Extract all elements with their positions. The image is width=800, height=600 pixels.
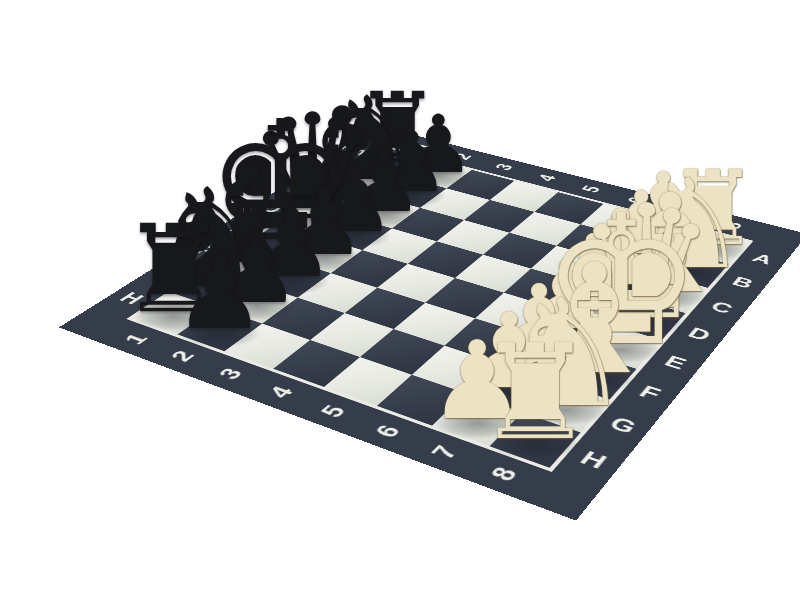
rank-label-7-bottom-edge: 7: [426, 443, 462, 462]
piece-white-rook-h8[interactable]: ♜: [476, 327, 594, 459]
rank-label-5-bottom-edge: 5: [316, 403, 351, 420]
rank-label-6-bottom-edge: 6: [370, 422, 405, 440]
rank-label-3-top-edge: 3: [491, 162, 517, 172]
piece-black-pawn-h2[interactable]: ♟: [174, 242, 265, 344]
product-photo-scene: 1122334455667788AABBCCDDEEFFGGHH ♜♟♞♟♝♟♛…: [0, 0, 800, 600]
rank-label-3-bottom-edge: 3: [214, 366, 247, 382]
rank-label-4-bottom-edge: 4: [264, 384, 298, 401]
